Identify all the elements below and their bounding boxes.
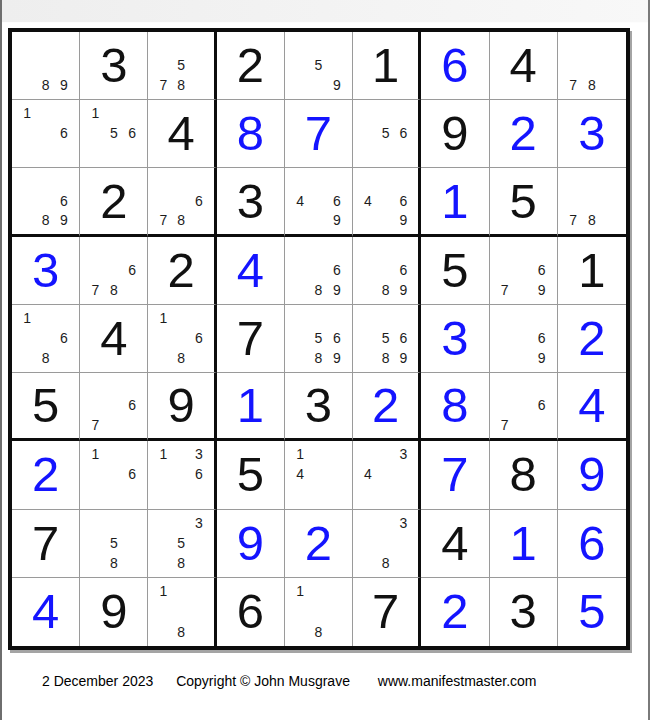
candidate-empty-slot xyxy=(190,171,208,190)
candidate-digit: 8 xyxy=(172,348,190,368)
cell-r7c3[interactable]: 136 xyxy=(148,441,216,509)
cell-r3c6[interactable]: 469 xyxy=(353,168,421,236)
cell-r6c8[interactable]: 67 xyxy=(490,373,558,441)
candidate-empty-slot xyxy=(377,103,395,123)
candidate-empty-slot xyxy=(105,376,123,395)
cell-r7c2[interactable]: 16 xyxy=(80,441,148,509)
candidate-empty-slot xyxy=(154,328,172,348)
cell-r1c8[interactable]: 4 xyxy=(490,32,558,100)
candidate-empty-slot xyxy=(309,444,327,464)
candidate-digit: 6 xyxy=(328,191,346,210)
cell-r3c3[interactable]: 678 xyxy=(148,168,216,236)
candidate-empty-slot xyxy=(359,513,377,533)
candidate-empty-slot xyxy=(36,103,54,123)
cell-r9c3[interactable]: 18 xyxy=(148,578,216,646)
candidate-empty-slot xyxy=(172,35,190,55)
cell-r5c2[interactable]: 4 xyxy=(80,305,148,373)
candidate-grid: 38 xyxy=(359,513,412,573)
window-left-border xyxy=(0,0,2,720)
solved-digit: 3 xyxy=(558,100,626,167)
candidate-digit: 1 xyxy=(154,308,172,328)
cell-r2c3[interactable]: 4 xyxy=(148,100,216,168)
cell-r3c7[interactable]: 1 xyxy=(421,168,489,236)
candidate-empty-slot xyxy=(328,622,346,642)
candidate-empty-slot xyxy=(172,581,190,601)
candidate-empty-slot xyxy=(105,103,123,123)
cell-r7c5[interactable]: 14 xyxy=(285,441,353,509)
candidate-empty-slot xyxy=(172,464,190,484)
solved-digit: 7 xyxy=(285,100,352,167)
candidate-empty-slot xyxy=(601,35,620,55)
candidate-empty-slot xyxy=(328,171,346,190)
candidate-empty-slot xyxy=(395,533,413,553)
candidate-empty-slot xyxy=(564,35,583,55)
cell-r2c1[interactable]: 16 xyxy=(12,100,80,168)
cell-r1c4[interactable]: 2 xyxy=(217,32,285,100)
candidate-grid: 69 xyxy=(496,308,551,368)
candidate-empty-slot xyxy=(395,171,413,190)
candidate-digit: 8 xyxy=(105,553,123,573)
candidate-empty-slot xyxy=(18,348,36,368)
candidate-grid: 58 xyxy=(86,513,141,573)
cell-r7c8[interactable]: 8 xyxy=(490,441,558,509)
candidate-digit: 1 xyxy=(291,444,309,464)
candidate-digit: 5 xyxy=(172,55,190,75)
candidate-empty-slot xyxy=(328,35,346,55)
cell-r5c7[interactable]: 3 xyxy=(421,305,489,373)
candidate-digit: 8 xyxy=(583,75,602,95)
candidate-digit: 5 xyxy=(377,328,395,348)
cell-r3c4[interactable]: 3 xyxy=(217,168,285,236)
cell-r1c5[interactable]: 59 xyxy=(285,32,353,100)
candidate-empty-slot xyxy=(514,376,532,395)
cell-r2c8[interactable]: 2 xyxy=(490,100,558,168)
candidate-empty-slot xyxy=(564,191,583,210)
candidate-digit: 8 xyxy=(36,210,54,229)
cell-r4c6[interactable]: 689 xyxy=(353,237,421,305)
cell-r1c1[interactable]: 89 xyxy=(12,32,80,100)
candidate-empty-slot xyxy=(36,143,54,163)
cell-r5c1[interactable]: 168 xyxy=(12,305,80,373)
candidate-grid: 689 xyxy=(18,171,73,229)
candidate-digit: 9 xyxy=(532,280,550,300)
candidate-empty-slot xyxy=(377,260,395,280)
candidate-digit: 6 xyxy=(395,123,413,143)
cell-r4c8[interactable]: 679 xyxy=(490,237,558,305)
candidate-empty-slot xyxy=(36,55,54,75)
cell-r6c5[interactable]: 3 xyxy=(285,373,353,441)
solved-digit: 7 xyxy=(421,441,488,508)
candidate-digit: 6 xyxy=(190,464,208,484)
cell-r4c9[interactable]: 1 xyxy=(558,237,626,305)
candidate-digit: 7 xyxy=(154,75,172,95)
cell-r9c9[interactable]: 5 xyxy=(558,578,626,646)
candidate-empty-slot xyxy=(496,328,514,348)
footer: 2 December 2023 Copyright © John Musgrav… xyxy=(42,673,537,689)
candidate-digit: 3 xyxy=(395,513,413,533)
given-digit: 1 xyxy=(353,32,418,99)
candidate-empty-slot xyxy=(514,396,532,415)
candidate-empty-slot xyxy=(190,581,208,601)
candidate-digit: 9 xyxy=(328,75,346,95)
candidate-digit: 9 xyxy=(395,348,413,368)
candidate-empty-slot xyxy=(190,75,208,95)
candidate-digit: 6 xyxy=(190,191,208,210)
solved-digit: 2 xyxy=(12,441,79,508)
solved-digit: 2 xyxy=(285,510,352,577)
cell-r2c7[interactable]: 9 xyxy=(421,100,489,168)
candidate-digit: 9 xyxy=(395,210,413,229)
candidate-digit: 9 xyxy=(55,210,73,229)
candidate-grid: 689 xyxy=(359,240,412,300)
candidate-empty-slot xyxy=(86,553,104,573)
given-digit: 4 xyxy=(148,100,213,167)
candidate-digit: 8 xyxy=(172,210,190,229)
cell-r2c9[interactable]: 3 xyxy=(558,100,626,168)
given-digit: 7 xyxy=(12,510,79,577)
candidate-digit: 3 xyxy=(395,444,413,464)
candidate-empty-slot xyxy=(377,191,395,210)
cell-r2c2[interactable]: 156 xyxy=(80,100,148,168)
cell-r4c3[interactable]: 2 xyxy=(148,237,216,305)
candidate-empty-slot xyxy=(105,464,123,484)
candidate-digit: 6 xyxy=(328,260,346,280)
candidate-empty-slot xyxy=(190,348,208,368)
cell-r8c7[interactable]: 4 xyxy=(421,510,489,578)
given-digit: 6 xyxy=(217,578,284,646)
solved-digit: 3 xyxy=(421,305,488,372)
candidate-empty-slot xyxy=(190,622,208,642)
cell-r9c6[interactable]: 7 xyxy=(353,578,421,646)
candidate-empty-slot xyxy=(291,348,309,368)
candidate-empty-slot xyxy=(377,444,395,464)
candidate-empty-slot xyxy=(36,191,54,210)
candidate-empty-slot xyxy=(359,143,377,163)
candidate-empty-slot xyxy=(377,464,395,484)
candidate-digit: 5 xyxy=(105,533,123,553)
candidate-empty-slot xyxy=(532,308,550,328)
candidate-digit: 9 xyxy=(328,210,346,229)
cell-r5c5[interactable]: 5689 xyxy=(285,305,353,373)
given-digit: 2 xyxy=(148,237,213,304)
candidate-digit: 7 xyxy=(86,280,104,300)
candidate-digit: 8 xyxy=(36,348,54,368)
cell-r8c3[interactable]: 358 xyxy=(148,510,216,578)
candidate-empty-slot xyxy=(514,240,532,260)
cell-r8c2[interactable]: 58 xyxy=(80,510,148,578)
cell-r7c1[interactable]: 2 xyxy=(12,441,80,509)
candidate-grid: 16 xyxy=(18,103,73,163)
cell-r4c2[interactable]: 678 xyxy=(80,237,148,305)
candidate-empty-slot xyxy=(496,376,514,395)
candidate-empty-slot xyxy=(105,444,123,464)
cell-r7c9[interactable]: 9 xyxy=(558,441,626,509)
cell-r8c4[interactable]: 9 xyxy=(217,510,285,578)
candidate-digit: 6 xyxy=(532,396,550,415)
cell-r9c8[interactable]: 3 xyxy=(490,578,558,646)
cell-r2c5[interactable]: 7 xyxy=(285,100,353,168)
cell-r9c5[interactable]: 18 xyxy=(285,578,353,646)
cell-r7c6[interactable]: 34 xyxy=(353,441,421,509)
cell-r6c9[interactable]: 4 xyxy=(558,373,626,441)
candidate-empty-slot xyxy=(328,444,346,464)
candidate-empty-slot xyxy=(601,191,620,210)
candidate-empty-slot xyxy=(105,513,123,533)
candidate-empty-slot xyxy=(36,35,54,55)
candidate-empty-slot xyxy=(190,35,208,55)
candidate-empty-slot xyxy=(395,308,413,328)
candidate-empty-slot xyxy=(55,103,73,123)
candidate-grid: 78 xyxy=(564,171,620,229)
candidate-empty-slot xyxy=(395,240,413,260)
cell-r1c3[interactable]: 578 xyxy=(148,32,216,100)
cell-r9c4[interactable]: 6 xyxy=(217,578,285,646)
candidate-digit: 8 xyxy=(172,75,190,95)
candidate-grid: 156 xyxy=(86,103,141,163)
candidate-empty-slot xyxy=(86,464,104,484)
sudoku-grid: 8935782591647816156487569236892678346946… xyxy=(8,28,630,650)
candidate-digit: 1 xyxy=(291,581,309,601)
candidate-digit: 8 xyxy=(377,553,395,573)
candidate-empty-slot xyxy=(18,75,36,95)
cell-r6c1[interactable]: 5 xyxy=(12,373,80,441)
candidate-digit: 4 xyxy=(359,191,377,210)
candidate-empty-slot xyxy=(496,260,514,280)
candidate-empty-slot xyxy=(123,103,141,123)
given-digit: 9 xyxy=(421,100,488,167)
candidate-empty-slot xyxy=(359,123,377,143)
candidate-empty-slot xyxy=(123,143,141,163)
candidate-digit: 1 xyxy=(154,581,172,601)
candidate-grid: 16 xyxy=(86,444,141,504)
candidate-empty-slot xyxy=(514,308,532,328)
candidate-digit: 6 xyxy=(395,260,413,280)
cell-r6c7[interactable]: 8 xyxy=(421,373,489,441)
candidate-digit: 5 xyxy=(105,123,123,143)
candidate-grid: 678 xyxy=(86,240,141,300)
candidate-digit: 6 xyxy=(532,260,550,280)
given-digit: 9 xyxy=(148,373,213,438)
cell-r7c7[interactable]: 7 xyxy=(421,441,489,509)
cell-r4c7[interactable]: 5 xyxy=(421,237,489,305)
cell-r6c4[interactable]: 1 xyxy=(217,373,285,441)
candidate-empty-slot xyxy=(291,260,309,280)
cell-r9c7[interactable]: 2 xyxy=(421,578,489,646)
candidate-empty-slot xyxy=(154,484,172,504)
candidate-digit: 3 xyxy=(190,444,208,464)
candidate-empty-slot xyxy=(123,415,141,434)
solved-digit: 2 xyxy=(353,373,418,438)
candidate-empty-slot xyxy=(601,171,620,190)
cell-r9c1[interactable]: 4 xyxy=(12,578,80,646)
candidate-empty-slot xyxy=(496,240,514,260)
candidate-empty-slot xyxy=(309,260,327,280)
footer-copyright: Copyright © John Musgrave xyxy=(176,673,350,689)
candidate-empty-slot xyxy=(496,308,514,328)
candidate-empty-slot xyxy=(359,210,377,229)
candidate-empty-slot xyxy=(86,240,104,260)
cell-r1c9[interactable]: 78 xyxy=(558,32,626,100)
candidate-empty-slot xyxy=(154,191,172,210)
cell-r8c6[interactable]: 38 xyxy=(353,510,421,578)
cell-r8c8[interactable]: 1 xyxy=(490,510,558,578)
footer-website: www.manifestmaster.com xyxy=(378,673,537,689)
solved-digit: 4 xyxy=(217,237,284,304)
candidate-empty-slot xyxy=(532,376,550,395)
candidate-digit: 1 xyxy=(86,444,104,464)
cell-r6c3[interactable]: 9 xyxy=(148,373,216,441)
given-digit: 5 xyxy=(12,373,79,438)
cell-r6c2[interactable]: 67 xyxy=(80,373,148,441)
cell-r2c6[interactable]: 56 xyxy=(353,100,421,168)
candidate-empty-slot xyxy=(105,260,123,280)
candidate-grid: 67 xyxy=(86,376,141,434)
candidate-empty-slot xyxy=(309,75,327,95)
cell-r1c2[interactable]: 3 xyxy=(80,32,148,100)
candidate-empty-slot xyxy=(514,260,532,280)
candidate-empty-slot xyxy=(86,376,104,395)
candidate-empty-slot xyxy=(291,210,309,229)
cell-r5c3[interactable]: 168 xyxy=(148,305,216,373)
footer-date: 2 December 2023 xyxy=(42,673,153,689)
candidate-empty-slot xyxy=(328,581,346,601)
candidate-empty-slot xyxy=(172,308,190,328)
candidate-empty-slot xyxy=(18,171,36,190)
candidate-digit: 7 xyxy=(496,280,514,300)
solved-digit: 6 xyxy=(558,510,626,577)
cell-r3c8[interactable]: 5 xyxy=(490,168,558,236)
candidate-empty-slot xyxy=(18,55,36,75)
cell-r6c6[interactable]: 2 xyxy=(353,373,421,441)
candidate-grid: 679 xyxy=(496,240,551,300)
candidate-empty-slot xyxy=(36,328,54,348)
cell-r5c8[interactable]: 69 xyxy=(490,305,558,373)
solved-digit: 1 xyxy=(421,168,488,233)
candidate-empty-slot xyxy=(309,581,327,601)
candidate-digit: 9 xyxy=(532,348,550,368)
candidate-empty-slot xyxy=(190,601,208,621)
cell-r2c4[interactable]: 8 xyxy=(217,100,285,168)
candidate-empty-slot xyxy=(359,444,377,464)
given-digit: 8 xyxy=(490,441,557,508)
cell-r3c2[interactable]: 2 xyxy=(80,168,148,236)
cell-r3c9[interactable]: 78 xyxy=(558,168,626,236)
solved-digit: 1 xyxy=(217,373,284,438)
cell-r8c9[interactable]: 6 xyxy=(558,510,626,578)
candidate-empty-slot xyxy=(601,210,620,229)
candidate-digit: 8 xyxy=(309,622,327,642)
candidate-empty-slot xyxy=(190,308,208,328)
cell-r8c1[interactable]: 7 xyxy=(12,510,80,578)
solved-digit: 2 xyxy=(558,305,626,372)
candidate-empty-slot xyxy=(18,328,36,348)
cell-r5c9[interactable]: 2 xyxy=(558,305,626,373)
cell-r5c4[interactable]: 7 xyxy=(217,305,285,373)
candidate-empty-slot xyxy=(123,240,141,260)
candidate-digit: 6 xyxy=(55,328,73,348)
solved-digit: 3 xyxy=(12,237,79,304)
candidate-empty-slot xyxy=(514,415,532,434)
candidate-digit: 8 xyxy=(105,280,123,300)
candidate-empty-slot xyxy=(172,328,190,348)
candidate-grid: 34 xyxy=(359,444,412,504)
candidate-empty-slot xyxy=(154,601,172,621)
given-digit: 2 xyxy=(217,32,284,99)
cell-r1c7[interactable]: 6 xyxy=(421,32,489,100)
candidate-digit: 7 xyxy=(154,210,172,229)
cell-r9c2[interactable]: 9 xyxy=(80,578,148,646)
candidate-empty-slot xyxy=(309,240,327,260)
candidate-empty-slot xyxy=(18,35,36,55)
candidate-grid: 358 xyxy=(154,513,207,573)
candidate-empty-slot xyxy=(55,308,73,328)
solved-digit: 5 xyxy=(558,578,626,646)
candidate-grid: 5689 xyxy=(291,308,346,368)
candidate-digit: 7 xyxy=(564,75,583,95)
candidate-empty-slot xyxy=(359,103,377,123)
candidate-grid: 5689 xyxy=(359,308,412,368)
candidate-empty-slot xyxy=(154,622,172,642)
candidate-digit: 9 xyxy=(328,280,346,300)
cell-r3c1[interactable]: 689 xyxy=(12,168,80,236)
candidate-digit: 6 xyxy=(123,464,141,484)
candidate-empty-slot xyxy=(328,308,346,328)
candidate-empty-slot xyxy=(514,328,532,348)
candidate-empty-slot xyxy=(86,123,104,143)
solved-digit: 1 xyxy=(490,510,557,577)
candidate-digit: 8 xyxy=(377,280,395,300)
solved-digit: 2 xyxy=(421,578,488,646)
given-digit: 5 xyxy=(421,237,488,304)
candidate-digit: 5 xyxy=(309,328,327,348)
candidate-digit: 1 xyxy=(154,444,172,464)
candidate-digit: 6 xyxy=(123,123,141,143)
solved-digit: 4 xyxy=(12,578,79,646)
candidate-empty-slot xyxy=(123,513,141,533)
candidate-digit: 8 xyxy=(172,553,190,573)
candidate-empty-slot xyxy=(328,55,346,75)
cell-r4c5[interactable]: 689 xyxy=(285,237,353,305)
cell-r3c5[interactable]: 469 xyxy=(285,168,353,236)
cell-r1c6[interactable]: 1 xyxy=(353,32,421,100)
candidate-digit: 1 xyxy=(86,103,104,123)
candidate-digit: 6 xyxy=(190,328,208,348)
cell-r8c5[interactable]: 2 xyxy=(285,510,353,578)
candidate-empty-slot xyxy=(514,280,532,300)
candidate-empty-slot xyxy=(172,171,190,190)
cell-r4c1[interactable]: 3 xyxy=(12,237,80,305)
candidate-grid: 689 xyxy=(291,240,346,300)
candidate-empty-slot xyxy=(532,415,550,434)
candidate-digit: 6 xyxy=(532,328,550,348)
given-digit: 7 xyxy=(217,305,284,372)
candidate-digit: 8 xyxy=(583,210,602,229)
candidate-empty-slot xyxy=(328,464,346,484)
candidate-grid: 59 xyxy=(291,35,346,95)
candidate-empty-slot xyxy=(36,171,54,190)
candidate-empty-slot xyxy=(154,348,172,368)
candidate-grid: 18 xyxy=(291,581,346,642)
candidate-digit: 4 xyxy=(291,191,309,210)
cell-r5c6[interactable]: 5689 xyxy=(353,305,421,373)
candidate-empty-slot xyxy=(359,553,377,573)
candidate-empty-slot xyxy=(328,484,346,504)
candidate-digit: 9 xyxy=(395,280,413,300)
candidate-digit: 6 xyxy=(55,191,73,210)
cell-r4c4[interactable]: 4 xyxy=(217,237,285,305)
cell-r7c4[interactable]: 5 xyxy=(217,441,285,509)
candidate-digit: 8 xyxy=(36,75,54,95)
